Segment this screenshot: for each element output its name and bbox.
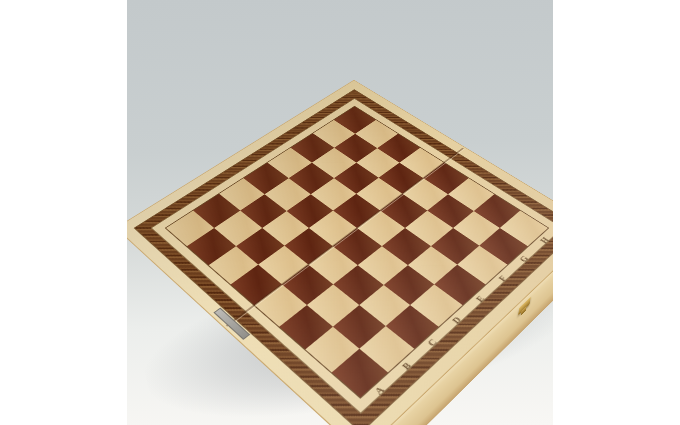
page-canvas: ABCDEFGH ♜♞♝♛♚♝♞♜♟♟♟♟♟♟♟♟♟♟♟♟♟♟♟♟♜♞♝♛♚♝♞… <box>0 0 680 425</box>
product-photo: ABCDEFGH ♜♞♝♛♚♝♞♜♟♟♟♟♟♟♟♟♟♟♟♟♟♟♟♟♜♞♝♛♚♝♞… <box>127 0 553 425</box>
rook-glyph: ♜ <box>325 313 395 376</box>
pawn-glyph: ♟ <box>179 203 240 248</box>
